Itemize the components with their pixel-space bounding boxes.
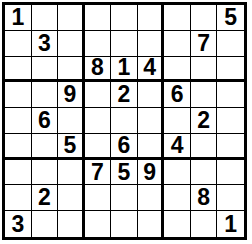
cell-r8c2-given: 2 (32, 185, 59, 211)
cell-r4c1-empty[interactable] (5, 82, 32, 108)
cell-r1c3-empty[interactable] (58, 5, 85, 31)
cell-r7c2-empty[interactable] (32, 160, 59, 186)
cell-r6c1-empty[interactable] (5, 134, 32, 160)
cell-r1c2-empty[interactable] (32, 5, 59, 31)
cell-r4c5-given: 2 (111, 82, 138, 108)
cell-r5c4-empty[interactable] (85, 108, 112, 134)
cell-r3c7-empty[interactable] (164, 57, 191, 83)
cell-r9c3-empty[interactable] (58, 211, 85, 237)
cell-r7c3-empty[interactable] (58, 160, 85, 186)
cell-r5c9-empty[interactable] (217, 108, 244, 134)
cell-r7c9-empty[interactable] (217, 160, 244, 186)
cell-r1c1-given: 1 (5, 5, 32, 31)
cell-r9c4-empty[interactable] (85, 211, 112, 237)
cell-r2c8-given: 7 (191, 31, 218, 57)
cell-r8c1-empty[interactable] (5, 185, 32, 211)
cell-r7c6-given: 9 (138, 160, 165, 186)
cell-r4c9-empty[interactable] (217, 82, 244, 108)
cell-r6c5-given: 6 (111, 134, 138, 160)
cell-r4c6-empty[interactable] (138, 82, 165, 108)
cell-r9c1-given: 3 (5, 211, 32, 237)
cell-r1c4-empty[interactable] (85, 5, 112, 31)
cell-r4c7-given: 6 (164, 82, 191, 108)
cell-r1c5-empty[interactable] (111, 5, 138, 31)
cell-r8c8-given: 8 (191, 185, 218, 211)
cell-r8c7-empty[interactable] (164, 185, 191, 211)
cell-r3c4-given: 8 (85, 57, 112, 83)
cell-r4c8-empty[interactable] (191, 82, 218, 108)
cell-r6c3-given: 5 (58, 134, 85, 160)
cell-r5c8-given: 2 (191, 108, 218, 134)
cell-r9c8-empty[interactable] (191, 211, 218, 237)
cell-r6c7-given: 4 (164, 134, 191, 160)
cell-r2c7-empty[interactable] (164, 31, 191, 57)
cell-r2c3-empty[interactable] (58, 31, 85, 57)
cell-r1c8-empty[interactable] (191, 5, 218, 31)
cell-r5c6-empty[interactable] (138, 108, 165, 134)
cell-r3c8-empty[interactable] (191, 57, 218, 83)
cell-r5c7-empty[interactable] (164, 108, 191, 134)
cell-r1c9-given: 5 (217, 5, 244, 31)
cell-r9c9-given: 1 (217, 211, 244, 237)
cell-r1c7-empty[interactable] (164, 5, 191, 31)
cell-r2c4-empty[interactable] (85, 31, 112, 57)
cell-r4c2-empty[interactable] (32, 82, 59, 108)
cell-r7c8-empty[interactable] (191, 160, 218, 186)
cell-r6c8-empty[interactable] (191, 134, 218, 160)
cell-r6c4-empty[interactable] (85, 134, 112, 160)
cell-r3c5-given: 1 (111, 57, 138, 83)
cell-r3c6-given: 4 (138, 57, 165, 83)
sudoku-page: 1537814926625647592831 (0, 0, 252, 244)
cell-r5c5-empty[interactable] (111, 108, 138, 134)
cell-r3c2-empty[interactable] (32, 57, 59, 83)
cell-r7c1-empty[interactable] (5, 160, 32, 186)
cell-r8c9-empty[interactable] (217, 185, 244, 211)
cell-r7c7-empty[interactable] (164, 160, 191, 186)
cell-r5c1-empty[interactable] (5, 108, 32, 134)
cell-r9c6-empty[interactable] (138, 211, 165, 237)
cell-r3c1-empty[interactable] (5, 57, 32, 83)
cell-r4c4-empty[interactable] (85, 82, 112, 108)
cell-r2c9-empty[interactable] (217, 31, 244, 57)
cell-r7c4-given: 7 (85, 160, 112, 186)
cell-r2c6-empty[interactable] (138, 31, 165, 57)
cell-r5c2-given: 6 (32, 108, 59, 134)
cell-r9c5-empty[interactable] (111, 211, 138, 237)
cell-r7c5-given: 5 (111, 160, 138, 186)
cell-r8c4-empty[interactable] (85, 185, 112, 211)
cell-r8c3-empty[interactable] (58, 185, 85, 211)
cell-r2c5-empty[interactable] (111, 31, 138, 57)
cell-r3c3-empty[interactable] (58, 57, 85, 83)
cell-r4c3-given: 9 (58, 82, 85, 108)
cell-r9c7-empty[interactable] (164, 211, 191, 237)
cell-r5c3-empty[interactable] (58, 108, 85, 134)
cell-r6c2-empty[interactable] (32, 134, 59, 160)
cell-r8c5-empty[interactable] (111, 185, 138, 211)
cell-r2c1-empty[interactable] (5, 31, 32, 57)
sudoku-board: 1537814926625647592831 (2, 2, 247, 240)
cell-r6c9-empty[interactable] (217, 134, 244, 160)
cell-r1c6-empty[interactable] (138, 5, 165, 31)
cell-r3c9-empty[interactable] (217, 57, 244, 83)
cell-r6c6-empty[interactable] (138, 134, 165, 160)
cell-r2c2-given: 3 (32, 31, 59, 57)
cell-r8c6-empty[interactable] (138, 185, 165, 211)
cell-r9c2-empty[interactable] (32, 211, 59, 237)
